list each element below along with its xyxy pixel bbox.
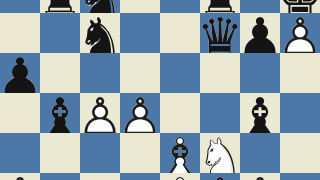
game-viewport: ♖♜♘♞♖♜♔♚♘♞♕♛♙♟♟♙♙♟♗♝♟♙♟♙♗♝♝♗♞♘♟♙♝♗♟♙♟♙ [0,0,320,180]
piece-bq-f7: ♕♛ [200,13,240,53]
piece-bk-h8: ♔♚ [280,0,320,13]
square-c8[interactable]: ♘♞ [80,0,120,13]
white-piece-outline-glyph: ♙ [237,171,284,180]
white-piece-fill-glyph: ♟ [237,171,284,180]
square-f4[interactable]: ♞♘ [200,133,240,173]
square-e7[interactable] [160,13,200,53]
square-f6[interactable] [200,53,240,93]
square-g5[interactable]: ♗♝ [240,93,280,133]
square-d6[interactable] [120,53,160,93]
square-b4[interactable] [40,133,80,173]
square-h6[interactable] [280,53,320,93]
square-d7[interactable] [120,13,160,53]
piece-wp-h7: ♟♙ [280,13,320,53]
square-f8[interactable]: ♖♜ [200,0,240,13]
piece-wp-g3: ♟♙ [240,173,280,180]
square-f7[interactable]: ♕♛ [200,13,240,53]
piece-wb-e3: ♝♗ [160,173,200,180]
square-c4[interactable] [80,133,120,173]
white-piece-fill-glyph: ♟ [197,171,244,180]
square-g7[interactable]: ♙♟ [240,13,280,53]
square-g6[interactable] [240,53,280,93]
white-piece-fill-glyph: ♟ [0,171,43,180]
white-piece-outline-glyph: ♙ [197,171,244,180]
piece-wp-c5: ♟♙ [80,93,120,133]
square-h3[interactable] [280,173,320,180]
square-d4[interactable] [120,133,160,173]
piece-br-b8: ♖♜ [40,0,80,13]
square-e5[interactable] [160,93,200,133]
square-g4[interactable] [240,133,280,173]
square-a3[interactable]: ♟♙ [0,173,40,180]
square-c3[interactable] [80,173,120,180]
piece-wp-a3: ♟♙ [0,173,40,180]
square-b6[interactable] [40,53,80,93]
square-d3[interactable] [120,173,160,180]
piece-bp-g7: ♙♟ [240,13,280,53]
square-d8[interactable] [120,0,160,13]
square-e6[interactable] [160,53,200,93]
square-a6[interactable]: ♙♟ [0,53,40,93]
white-piece-outline-glyph: ♗ [157,171,204,180]
white-piece-outline-glyph: ♙ [0,171,43,180]
square-b3[interactable] [40,173,80,180]
square-h8[interactable]: ♔♚ [280,0,320,13]
square-f3[interactable]: ♟♙ [200,173,240,180]
square-c7[interactable]: ♘♞ [80,13,120,53]
square-b7[interactable] [40,13,80,53]
square-d5[interactable]: ♟♙ [120,93,160,133]
square-a4[interactable] [0,133,40,173]
square-b5[interactable]: ♗♝ [40,93,80,133]
white-piece-fill-glyph: ♝ [157,171,204,180]
square-b8[interactable]: ♖♜ [40,0,80,13]
piece-bn-c7: ♘♞ [80,13,120,53]
square-c6[interactable] [80,53,120,93]
square-h5[interactable] [280,93,320,133]
square-g3[interactable]: ♟♙ [240,173,280,180]
piece-br-f8: ♖♜ [200,0,240,13]
piece-wp-f3: ♟♙ [200,173,240,180]
square-h4[interactable] [280,133,320,173]
piece-bb-b5: ♗♝ [40,93,80,133]
square-h7[interactable]: ♟♙ [280,13,320,53]
chess-board: ♖♜♘♞♖♜♔♚♘♞♕♛♙♟♟♙♙♟♗♝♟♙♟♙♗♝♝♗♞♘♟♙♝♗♟♙♟♙ [0,0,320,180]
square-a8[interactable] [0,0,40,13]
piece-wn-f4: ♞♘ [200,133,240,173]
square-c5[interactable]: ♟♙ [80,93,120,133]
square-e8[interactable] [160,0,200,13]
piece-wp-d5: ♟♙ [120,93,160,133]
piece-bn-c8: ♘♞ [80,0,120,13]
square-e3[interactable]: ♝♗ [160,173,200,180]
piece-wb-e4: ♝♗ [160,133,200,173]
piece-bb-g5: ♗♝ [240,93,280,133]
piece-bp-a6: ♙♟ [0,53,40,93]
square-a5[interactable] [0,93,40,133]
square-f5[interactable] [200,93,240,133]
square-g8[interactable] [240,0,280,13]
square-a7[interactable] [0,13,40,53]
square-e4[interactable]: ♝♗ [160,133,200,173]
